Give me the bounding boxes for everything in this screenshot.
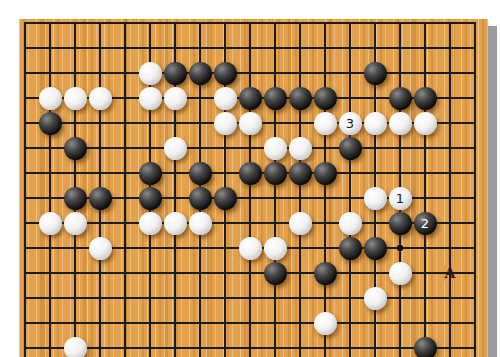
- stone-black[interactable]: [264, 87, 287, 110]
- stone-white[interactable]: [239, 237, 262, 260]
- stone-white[interactable]: [364, 187, 387, 210]
- stone-white[interactable]: [39, 87, 62, 110]
- stone-black[interactable]: [414, 87, 437, 110]
- stone-black[interactable]: [389, 87, 412, 110]
- stone-white[interactable]: [289, 137, 312, 160]
- stone-white[interactable]: [289, 212, 312, 235]
- stone-black[interactable]: [364, 62, 387, 85]
- move-number-label: 3: [339, 112, 362, 135]
- star-point: [397, 245, 403, 251]
- stone-black[interactable]: [139, 162, 162, 185]
- move-number-label: 2: [414, 212, 437, 235]
- stone-black[interactable]: [264, 162, 287, 185]
- stone-white[interactable]: [139, 87, 162, 110]
- stone-white[interactable]: [139, 62, 162, 85]
- go-diagram: A 312: [0, 0, 500, 357]
- stone-black[interactable]: [289, 87, 312, 110]
- stone-black[interactable]: [239, 87, 262, 110]
- stone-black[interactable]: [389, 212, 412, 235]
- stone-white[interactable]: [214, 87, 237, 110]
- stone-black[interactable]: [64, 187, 87, 210]
- stone-white[interactable]: 1: [389, 187, 412, 210]
- stone-black[interactable]: [364, 237, 387, 260]
- stone-white[interactable]: [89, 87, 112, 110]
- stone-white[interactable]: [389, 112, 412, 135]
- grid-line-horizontal: [24, 22, 476, 24]
- stone-black[interactable]: 2: [414, 212, 437, 235]
- stone-black[interactable]: [189, 162, 212, 185]
- stone-white[interactable]: [139, 212, 162, 235]
- stone-black[interactable]: [239, 162, 262, 185]
- stone-white[interactable]: 3: [339, 112, 362, 135]
- stone-black[interactable]: [339, 237, 362, 260]
- stone-black[interactable]: [64, 137, 87, 160]
- grid-line-horizontal: [24, 72, 476, 74]
- grid-line-horizontal: [24, 147, 476, 149]
- stone-black[interactable]: [289, 162, 312, 185]
- stone-white[interactable]: [64, 87, 87, 110]
- grid-line-horizontal: [24, 297, 476, 299]
- grid-line-horizontal: [24, 322, 476, 324]
- stone-black[interactable]: [164, 62, 187, 85]
- stone-white[interactable]: [364, 287, 387, 310]
- stone-white[interactable]: [264, 137, 287, 160]
- stone-black[interactable]: [314, 87, 337, 110]
- stone-black[interactable]: [414, 337, 437, 357]
- stone-white[interactable]: [264, 237, 287, 260]
- stone-black[interactable]: [39, 112, 62, 135]
- stone-white[interactable]: [389, 262, 412, 285]
- stone-black[interactable]: [214, 187, 237, 210]
- stone-black[interactable]: [189, 62, 212, 85]
- stone-white[interactable]: [239, 112, 262, 135]
- stone-white[interactable]: [339, 212, 362, 235]
- stone-black[interactable]: [314, 262, 337, 285]
- stone-white[interactable]: [364, 112, 387, 135]
- go-board[interactable]: A 312: [19, 19, 488, 357]
- stone-white[interactable]: [164, 212, 187, 235]
- grid-line-horizontal: [24, 47, 476, 49]
- stone-black[interactable]: [264, 262, 287, 285]
- stone-black[interactable]: [189, 187, 212, 210]
- stone-white[interactable]: [314, 112, 337, 135]
- stone-black[interactable]: [214, 62, 237, 85]
- stone-white[interactable]: [314, 312, 337, 335]
- stone-white[interactable]: [414, 112, 437, 135]
- stone-white[interactable]: [164, 87, 187, 110]
- move-number-label: 1: [389, 187, 412, 210]
- board-drop-shadow: [488, 26, 497, 357]
- stone-black[interactable]: [314, 162, 337, 185]
- grid-line-horizontal: [24, 347, 476, 349]
- stone-white[interactable]: [89, 237, 112, 260]
- stone-black[interactable]: [139, 187, 162, 210]
- stone-white[interactable]: [189, 212, 212, 235]
- stone-black[interactable]: [339, 137, 362, 160]
- stone-white[interactable]: [64, 212, 87, 235]
- stone-white[interactable]: [214, 112, 237, 135]
- stone-white[interactable]: [164, 137, 187, 160]
- stone-white[interactable]: [39, 212, 62, 235]
- stone-white[interactable]: [64, 337, 87, 357]
- stone-black[interactable]: [89, 187, 112, 210]
